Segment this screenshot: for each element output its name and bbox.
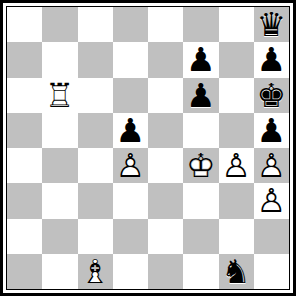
black-pawn-piece[interactable]: ♟: [116, 113, 146, 148]
square-c5[interactable]: [78, 113, 113, 148]
square-f4[interactable]: ♚♔: [183, 148, 218, 183]
black-pawn-piece[interactable]: ♟: [186, 42, 216, 77]
black-piece-glyph: ♚: [257, 78, 287, 113]
square-b6[interactable]: ♜♖: [42, 78, 77, 113]
square-d1[interactable]: [113, 254, 148, 289]
square-g1[interactable]: ♞: [219, 254, 254, 289]
black-piece-glyph: ♞: [221, 254, 251, 289]
square-d5[interactable]: ♟: [113, 113, 148, 148]
square-e4[interactable]: [148, 148, 183, 183]
black-queen-piece[interactable]: ♛: [257, 7, 287, 42]
square-d8[interactable]: [113, 7, 148, 42]
white-piece-outline: ♔: [186, 148, 216, 183]
square-c4[interactable]: [78, 148, 113, 183]
square-d6[interactable]: [113, 78, 148, 113]
square-e8[interactable]: [148, 7, 183, 42]
black-pawn-piece[interactable]: ♟: [186, 78, 216, 113]
black-piece-glyph: ♟: [186, 78, 216, 113]
chess-board: ♛♟♟♜♖♟♚♟♟♟♙♚♔♟♙♟♙♟♙♝♗♞: [6, 6, 290, 290]
square-c7[interactable]: [78, 42, 113, 77]
square-c6[interactable]: [78, 78, 113, 113]
board-frame: ♛♟♟♜♖♟♚♟♟♟♙♚♔♟♙♟♙♟♙♝♗♞: [0, 0, 296, 296]
square-g2[interactable]: [219, 219, 254, 254]
black-piece-glyph: ♛: [257, 7, 287, 42]
white-piece-outline: ♗: [80, 254, 110, 289]
square-a8[interactable]: [7, 7, 42, 42]
square-f8[interactable]: [183, 7, 218, 42]
black-pawn-piece[interactable]: ♟: [257, 42, 287, 77]
square-f2[interactable]: [183, 219, 218, 254]
white-pawn-piece[interactable]: ♟♙: [257, 183, 287, 218]
square-e5[interactable]: [148, 113, 183, 148]
square-h3[interactable]: ♟♙: [254, 183, 289, 218]
square-b5[interactable]: [42, 113, 77, 148]
white-pawn-piece[interactable]: ♟♙: [221, 148, 251, 183]
square-a7[interactable]: [7, 42, 42, 77]
square-g8[interactable]: [219, 7, 254, 42]
square-h6[interactable]: ♚: [254, 78, 289, 113]
square-a1[interactable]: [7, 254, 42, 289]
white-pawn-piece[interactable]: ♟♙: [257, 148, 287, 183]
square-h7[interactable]: ♟: [254, 42, 289, 77]
white-rook-piece[interactable]: ♜♖: [45, 78, 75, 113]
square-b7[interactable]: [42, 42, 77, 77]
square-a5[interactable]: [7, 113, 42, 148]
white-piece-outline: ♙: [257, 183, 287, 218]
black-king-piece[interactable]: ♚: [257, 78, 287, 113]
square-b4[interactable]: [42, 148, 77, 183]
square-d3[interactable]: [113, 183, 148, 218]
square-f1[interactable]: [183, 254, 218, 289]
square-b1[interactable]: [42, 254, 77, 289]
black-piece-glyph: ♟: [257, 42, 287, 77]
black-piece-glyph: ♟: [116, 113, 146, 148]
square-f5[interactable]: [183, 113, 218, 148]
square-g3[interactable]: [219, 183, 254, 218]
square-e3[interactable]: [148, 183, 183, 218]
square-d7[interactable]: [113, 42, 148, 77]
black-piece-glyph: ♟: [186, 42, 216, 77]
square-g4[interactable]: ♟♙: [219, 148, 254, 183]
square-a4[interactable]: [7, 148, 42, 183]
square-g5[interactable]: [219, 113, 254, 148]
square-a6[interactable]: [7, 78, 42, 113]
square-g7[interactable]: [219, 42, 254, 77]
black-knight-piece[interactable]: ♞: [221, 254, 251, 289]
white-piece-outline: ♙: [257, 148, 287, 183]
white-king-piece[interactable]: ♚♔: [186, 148, 216, 183]
square-b2[interactable]: [42, 219, 77, 254]
black-piece-glyph: ♟: [257, 113, 287, 148]
white-pawn-piece[interactable]: ♟♙: [116, 148, 146, 183]
white-piece-outline: ♙: [116, 148, 146, 183]
square-f6[interactable]: ♟: [183, 78, 218, 113]
square-c2[interactable]: [78, 219, 113, 254]
square-h1[interactable]: [254, 254, 289, 289]
black-pawn-piece[interactable]: ♟: [257, 113, 287, 148]
square-e6[interactable]: [148, 78, 183, 113]
square-d2[interactable]: [113, 219, 148, 254]
white-piece-outline: ♙: [221, 148, 251, 183]
square-d4[interactable]: ♟♙: [113, 148, 148, 183]
white-piece-outline: ♖: [45, 78, 75, 113]
square-a2[interactable]: [7, 219, 42, 254]
square-h8[interactable]: ♛: [254, 7, 289, 42]
square-g6[interactable]: [219, 78, 254, 113]
square-c8[interactable]: [78, 7, 113, 42]
square-b8[interactable]: [42, 7, 77, 42]
square-e7[interactable]: [148, 42, 183, 77]
square-h4[interactable]: ♟♙: [254, 148, 289, 183]
square-h5[interactable]: ♟: [254, 113, 289, 148]
square-c3[interactable]: [78, 183, 113, 218]
square-a3[interactable]: [7, 183, 42, 218]
square-b3[interactable]: [42, 183, 77, 218]
square-c1[interactable]: ♝♗: [78, 254, 113, 289]
square-f3[interactable]: [183, 183, 218, 218]
square-e2[interactable]: [148, 219, 183, 254]
square-e1[interactable]: [148, 254, 183, 289]
square-h2[interactable]: [254, 219, 289, 254]
white-bishop-piece[interactable]: ♝♗: [80, 254, 110, 289]
square-f7[interactable]: ♟: [183, 42, 218, 77]
